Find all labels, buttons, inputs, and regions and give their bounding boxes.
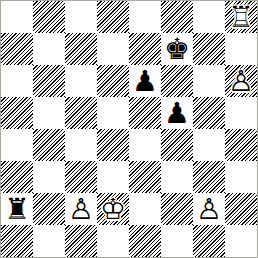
square-e3[interactable] xyxy=(129,161,161,193)
square-c8[interactable] xyxy=(65,1,97,33)
square-e8[interactable] xyxy=(129,1,161,33)
square-f6[interactable] xyxy=(161,65,193,97)
square-e5[interactable] xyxy=(129,97,161,129)
square-b3[interactable] xyxy=(33,161,65,193)
square-a7[interactable] xyxy=(1,33,33,65)
square-b7[interactable] xyxy=(33,33,65,65)
square-f5[interactable]: ♟♟ xyxy=(161,97,193,129)
chess-diagram-frame: ♜♖♚♚♟♟♟♙♟♟♜♜♟♙♚♔♟♙ xyxy=(0,0,258,258)
square-g2[interactable]: ♟♙ xyxy=(193,193,225,225)
piece-white-pawn[interactable]: ♙ xyxy=(225,65,257,97)
square-f2[interactable] xyxy=(161,193,193,225)
square-f7[interactable]: ♚♚ xyxy=(161,33,193,65)
square-d5[interactable] xyxy=(97,97,129,129)
square-h6[interactable]: ♟♙ xyxy=(225,65,257,97)
square-h2[interactable] xyxy=(225,193,257,225)
square-d3[interactable] xyxy=(97,161,129,193)
chess-board: ♜♖♚♚♟♟♟♙♟♟♜♜♟♙♚♔♟♙ xyxy=(1,1,257,257)
square-g6[interactable] xyxy=(193,65,225,97)
square-g5[interactable] xyxy=(193,97,225,129)
square-h4[interactable] xyxy=(225,129,257,161)
square-h7[interactable] xyxy=(225,33,257,65)
square-d2[interactable]: ♚♔ xyxy=(97,193,129,225)
square-g8[interactable] xyxy=(193,1,225,33)
square-c3[interactable] xyxy=(65,161,97,193)
square-a6[interactable] xyxy=(1,65,33,97)
square-e2[interactable] xyxy=(129,193,161,225)
square-b4[interactable] xyxy=(33,129,65,161)
square-f1[interactable] xyxy=(161,225,193,257)
square-a1[interactable] xyxy=(1,225,33,257)
square-e4[interactable] xyxy=(129,129,161,161)
square-b8[interactable] xyxy=(33,1,65,33)
square-d8[interactable] xyxy=(97,1,129,33)
square-d6[interactable] xyxy=(97,65,129,97)
square-f8[interactable] xyxy=(161,1,193,33)
square-h8[interactable]: ♜♖ xyxy=(225,1,257,33)
square-c7[interactable] xyxy=(65,33,97,65)
square-g7[interactable] xyxy=(193,33,225,65)
piece-black-pawn[interactable]: ♟ xyxy=(129,65,161,97)
square-g4[interactable] xyxy=(193,129,225,161)
piece-white-king[interactable]: ♔ xyxy=(97,193,129,225)
square-e1[interactable] xyxy=(129,225,161,257)
square-c4[interactable] xyxy=(65,129,97,161)
square-a2[interactable]: ♜♜ xyxy=(1,193,33,225)
square-a8[interactable] xyxy=(1,1,33,33)
square-g3[interactable] xyxy=(193,161,225,193)
square-h5[interactable] xyxy=(225,97,257,129)
square-c6[interactable] xyxy=(65,65,97,97)
square-e6[interactable]: ♟♟ xyxy=(129,65,161,97)
square-d1[interactable] xyxy=(97,225,129,257)
square-f3[interactable] xyxy=(161,161,193,193)
square-b1[interactable] xyxy=(33,225,65,257)
square-b5[interactable] xyxy=(33,97,65,129)
square-a4[interactable] xyxy=(1,129,33,161)
square-c1[interactable] xyxy=(65,225,97,257)
piece-white-pawn[interactable]: ♙ xyxy=(193,193,225,225)
square-d7[interactable] xyxy=(97,33,129,65)
piece-white-pawn[interactable]: ♙ xyxy=(65,193,97,225)
piece-black-pawn[interactable]: ♟ xyxy=(161,97,193,129)
square-a5[interactable] xyxy=(1,97,33,129)
square-d4[interactable] xyxy=(97,129,129,161)
square-f4[interactable] xyxy=(161,129,193,161)
square-g1[interactable] xyxy=(193,225,225,257)
square-c5[interactable] xyxy=(65,97,97,129)
square-h3[interactable] xyxy=(225,161,257,193)
square-h1[interactable] xyxy=(225,225,257,257)
square-b2[interactable] xyxy=(33,193,65,225)
piece-white-rook[interactable]: ♖ xyxy=(225,1,257,33)
square-c2[interactable]: ♟♙ xyxy=(65,193,97,225)
piece-black-rook[interactable]: ♜ xyxy=(1,193,33,225)
square-a3[interactable] xyxy=(1,161,33,193)
square-b6[interactable] xyxy=(33,65,65,97)
piece-black-king[interactable]: ♚ xyxy=(161,33,193,65)
square-e7[interactable] xyxy=(129,33,161,65)
